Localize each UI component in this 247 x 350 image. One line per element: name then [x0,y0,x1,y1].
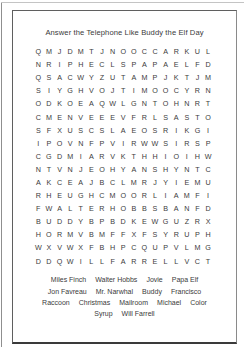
grid-cell-r6c16: T [192,110,203,123]
grid-cell-r2c8: L [107,58,118,71]
grid-cell-r3c14: K [171,71,182,84]
grid-cell-r16c5: X [75,241,86,254]
grid-cell-r15c16: P [192,228,203,241]
grid-cell-r5c8: W [107,97,118,110]
grid-cell-r3c2: S [44,71,55,84]
grid-cell-r11c10: M [128,176,139,189]
grid-cell-r5c17: T [203,97,214,110]
grid-cell-r8c9: I [118,137,129,150]
grid-cell-r11c9: L [118,176,129,189]
grid-cell-r12c11: R [139,189,150,202]
grid-cell-r9c3: D [54,150,65,163]
grid-cell-r15c11: F [139,228,150,241]
grid-cell-r3c15: T [182,71,193,84]
grid-cell-r12c15: M [182,189,193,202]
grid-cell-r9c11: H [139,150,150,163]
grid-cell-r11c2: K [44,176,55,189]
grid-cell-r15c7: M [97,228,108,241]
grid-cell-r10c8: H [107,163,118,176]
grid-cell-r4c8: J [107,84,118,97]
grid-cell-r11c5: A [75,176,86,189]
grid-cell-r11c12: J [150,176,161,189]
grid-cell-r12c2: H [44,189,55,202]
grid-cell-r15c9: F [118,228,129,241]
grid-cell-r17c17: T [203,255,214,268]
word-list-item: Miles Finch [51,276,86,283]
grid-cell-r3c6: Y [86,71,97,84]
grid-cell-r1c11: C [139,45,150,58]
grid-cell-r3c13: J [160,71,171,84]
grid-cell-r3c7: Z [97,71,108,84]
grid-cell-r15c12: S [150,228,161,241]
word-list-item: Michael [157,299,181,306]
grid-cell-r13c1: F [33,202,44,215]
grid-cell-r17c11: R [139,255,150,268]
grid-cell-r14c4: D [65,215,76,228]
grid-cell-r16c10: C [128,241,139,254]
grid-cell-r9c17: W [203,150,214,163]
grid-cell-r15c5: V [75,228,86,241]
grid-cell-r8c13: S [160,137,171,150]
word-search-grid: QMJDMTJNOOCCARKULNRIPHECLSPAPAELFDQSACWY… [33,45,213,268]
grid-cell-r16c12: U [150,241,161,254]
grid-cell-r13c11: B [139,202,150,215]
grid-cell-r1c2: M [44,45,55,58]
grid-cell-r2c4: P [65,58,76,71]
grid-cell-r11c13: Y [160,176,171,189]
grid-cell-r15c3: R [54,228,65,241]
grid-cell-r17c1: D [33,255,44,268]
grid-cell-r15c2: O [44,228,55,241]
grid-cell-r16c8: H [107,241,118,254]
page-edge-left [1,2,2,347]
grid-cell-r9c16: H [192,150,203,163]
grid-cell-r17c13: L [160,255,171,268]
grid-cell-r13c17: D [203,202,214,215]
grid-cell-r2c11: A [139,58,150,71]
grid-cell-r17c7: L [97,255,108,268]
grid-cell-r16c1: W [33,241,44,254]
grid-cell-r17c5: I [75,255,86,268]
grid-cell-r14c15: Z [182,215,193,228]
grid-cell-r4c1: S [33,84,44,97]
grid-cell-r1c3: J [54,45,65,58]
grid-cell-r14c11: E [139,215,150,228]
grid-cell-r11c17: U [203,176,214,189]
grid-cell-r12c9: O [118,189,129,202]
grid-cell-r8c2: P [44,137,55,150]
grid-cell-r16c15: L [182,241,193,254]
grid-cell-r9c8: V [107,150,118,163]
grid-cell-r12c1: R [33,189,44,202]
grid-cell-r7c9: A [118,124,129,137]
grid-cell-r7c4: U [65,124,76,137]
grid-cell-r1c9: O [118,45,129,58]
grid-cell-r5c2: D [44,97,55,110]
grid-cell-r6c15: S [182,110,193,123]
grid-cell-r16c3: V [54,241,65,254]
word-list-item: Mr. Narwhal [96,288,133,295]
word-list-item: Buddy [142,288,162,295]
word-list-item: Jon Favreau [48,288,87,295]
grid-cell-r4c13: O [160,84,171,97]
grid-cell-r16c7: B [97,241,108,254]
grid-cell-r3c11: M [139,71,150,84]
grid-cell-r16c13: P [160,241,171,254]
grid-cell-r17c9: A [118,255,129,268]
grid-cell-r11c4: E [65,176,76,189]
grid-cell-r2c17: D [203,58,214,71]
grid-cell-r10c11: N [139,163,150,176]
page-edge-top [1,2,244,3]
grid-cell-r14c3: D [54,215,65,228]
grid-cell-r12c13: I [160,189,171,202]
grid-cell-r13c13: B [160,202,171,215]
grid-cell-r1c17: L [203,45,214,58]
grid-cell-r13c2: W [44,202,55,215]
grid-cell-r1c14: R [171,45,182,58]
grid-cell-r10c15: N [182,163,193,176]
grid-cell-r9c7: R [97,150,108,163]
grid-cell-r7c10: E [128,124,139,137]
grid-cell-r13c3: A [54,202,65,215]
grid-cell-r3c12: P [150,71,161,84]
grid-cell-r1c1: Q [33,45,44,58]
grid-cell-r12c5: G [75,189,86,202]
grid-cell-r9c1: C [33,150,44,163]
grid-cell-r10c5: J [75,163,86,176]
grid-cell-r17c10: R [128,255,139,268]
grid-cell-r8c7: P [97,137,108,150]
word-list-line-1: Miles FinchWalter HobbsJoviePapa Elf [12,274,237,285]
grid-cell-r7c1: S [33,124,44,137]
grid-cell-r8c17: P [203,137,214,150]
grid-cell-r8c14: I [171,137,182,150]
grid-cell-r5c15: N [182,97,193,110]
grid-cell-r9c6: A [86,150,97,163]
grid-cell-r9c13: I [160,150,171,163]
grid-cell-r6c14: A [171,110,182,123]
grid-cell-r3c1: Q [33,71,44,84]
grid-cell-r2c2: R [44,58,55,71]
grid-cell-r6c4: N [65,110,76,123]
grid-cell-r3c17: M [203,71,214,84]
grid-cell-r7c7: S [97,124,108,137]
grid-cell-r1c7: J [97,45,108,58]
grid-cell-r14c1: B [33,215,44,228]
grid-cell-r15c13: Y [160,228,171,241]
grid-cell-r12c4: U [65,189,76,202]
grid-cell-r13c7: R [97,202,108,215]
grid-cell-r7c12: S [150,124,161,137]
grid-cell-r11c15: E [182,176,193,189]
grid-cell-r1c6: T [86,45,97,58]
grid-cell-r15c10: X [128,228,139,241]
grid-cell-r5c5: E [75,97,86,110]
grid-cell-r2c6: E [86,58,97,71]
grid-cell-r11c1: A [33,176,44,189]
grid-cell-r6c7: E [97,110,108,123]
grid-cell-r1c5: M [75,45,86,58]
word-list-line-2: Jon FavreauMr. NarwhalBuddyFrancisco [12,285,237,296]
grid-cell-r2c13: A [160,58,171,71]
word-list: Miles FinchWalter HobbsJoviePapa ElfJon … [12,274,237,320]
grid-cell-r4c3: Y [54,84,65,97]
grid-cell-r10c14: Y [171,163,182,176]
grid-cell-r2c7: C [97,58,108,71]
word-list-item: Francisco [171,288,201,295]
grid-cell-r7c11: O [139,124,150,137]
grid-cell-r4c15: Y [182,84,193,97]
grid-cell-r6c17: O [203,110,214,123]
grid-cell-r2c16: F [192,58,203,71]
grid-cell-r8c1: I [33,137,44,150]
grid-cell-r5c12: T [150,97,161,110]
grid-cell-r1c12: C [150,45,161,58]
grid-cell-r9c5: I [75,150,86,163]
grid-cell-r14c9: D [118,215,129,228]
grid-cell-r10c7: O [97,163,108,176]
grid-cell-r5c4: O [65,97,76,110]
grid-cell-r13c12: S [150,202,161,215]
grid-cell-r17c8: F [107,255,118,268]
word-list-line-4: SyrupWill Farrell [12,308,237,319]
word-list-item: Syrup [94,310,112,317]
grid-cell-r6c12: L [150,110,161,123]
grid-cell-r8c3: O [54,137,65,150]
grid-cell-r2c1: N [33,58,44,71]
grid-cell-r9c12: H [150,150,161,163]
grid-cell-r10c9: Y [118,163,129,176]
grid-cell-r12c8: M [107,189,118,202]
grid-cell-r16c16: M [192,241,203,254]
grid-cell-r10c13: H [160,163,171,176]
word-list-item: Raccoon [42,299,70,306]
grid-cell-r2c14: E [171,58,182,71]
grid-cell-r5c6: A [86,97,97,110]
grid-cell-r9c14: O [171,150,182,163]
grid-cell-r16c11: Q [139,241,150,254]
word-list-item: Jovie [146,276,162,283]
grid-cell-r12c17: I [203,189,214,202]
grid-cell-r7c13: R [160,124,171,137]
grid-cell-r16c9: P [118,241,129,254]
grid-cell-r10c1: N [33,163,44,176]
grid-cell-r4c12: O [150,84,161,97]
grid-cell-r7c5: S [75,124,86,137]
grid-cell-r7c14: I [171,124,182,137]
grid-cell-r10c16: T [192,163,203,176]
grid-cell-r17c12: E [150,255,161,268]
grid-cell-r17c6: L [86,255,97,268]
grid-cell-r14c5: Y [75,215,86,228]
word-list-item: Papa Elf [172,276,198,283]
grid-cell-r1c10: O [128,45,139,58]
grid-cell-r1c4: D [65,45,76,58]
grid-cell-r6c6: E [86,110,97,123]
grid-cell-r7c16: G [192,124,203,137]
grid-cell-r15c8: F [107,228,118,241]
grid-cell-r14c13: G [160,215,171,228]
grid-cell-r8c4: V [65,137,76,150]
grid-cell-r4c11: M [139,84,150,97]
grid-cell-r3c5: W [75,71,86,84]
grid-cell-r13c8: H [107,202,118,215]
grid-cell-r11c7: B [97,176,108,189]
grid-cell-r17c4: W [65,255,76,268]
grid-cell-r7c6: C [86,124,97,137]
grid-cell-r6c13: S [160,110,171,123]
grid-cell-r5c14: H [171,97,182,110]
grid-cell-r12c16: F [192,189,203,202]
grid-cell-r16c17: G [203,241,214,254]
grid-cell-r4c10: I [128,84,139,97]
grid-cell-r13c4: L [65,202,76,215]
grid-cell-r2c10: P [128,58,139,71]
grid-cell-r10c10: A [128,163,139,176]
grid-cell-r4c7: O [97,84,108,97]
grid-cell-r11c14: I [171,176,182,189]
grid-cell-r5c9: L [118,97,129,110]
grid-cell-r6c3: E [54,110,65,123]
grid-cell-r7c8: L [107,124,118,137]
grid-cell-r11c6: J [86,176,97,189]
grid-cell-r14c16: R [192,215,203,228]
grid-cell-r14c8: B [107,215,118,228]
grid-cell-r1c8: N [107,45,118,58]
puzzle-title: Answer the Telephone Like Buddy the Elf … [12,28,237,37]
grid-cell-r13c15: N [182,202,193,215]
grid-cell-r2c15: L [182,58,193,71]
grid-cell-r3c4: C [65,71,76,84]
grid-cell-r13c9: O [118,202,129,215]
grid-cell-r14c17: X [203,215,214,228]
grid-cell-r15c4: M [65,228,76,241]
grid-cell-r11c11: R [139,176,150,189]
grid-cell-r15c1: H [33,228,44,241]
grid-cell-r8c6: F [86,137,97,150]
grid-cell-r14c10: K [128,215,139,228]
grid-cell-r2c5: H [75,58,86,71]
grid-cell-r2c9: S [118,58,129,71]
grid-cell-r1c13: A [160,45,171,58]
grid-cell-r13c16: F [192,202,203,215]
grid-cell-r5c13: O [160,97,171,110]
grid-cell-r3c10: A [128,71,139,84]
grid-cell-r9c10: T [128,150,139,163]
grid-cell-r9c2: G [44,150,55,163]
grid-cell-r10c3: V [54,163,65,176]
grid-cell-r13c14: A [171,202,182,215]
grid-cell-r8c11: W [139,137,150,150]
grid-cell-r16c14: V [171,241,182,254]
word-list-line-3: RaccoonChristmasMailroomMichaelColor [12,297,237,308]
grid-cell-r4c14: C [171,84,182,97]
grid-cell-r7c2: F [44,124,55,137]
grid-cell-r8c10: R [128,137,139,150]
grid-cell-r10c6: E [86,163,97,176]
grid-cell-r11c8: C [107,176,118,189]
grid-cell-r15c15: U [182,228,193,241]
grid-cell-r14c7: P [97,215,108,228]
grid-cell-r6c10: F [128,110,139,123]
grid-cell-r5c7: Q [97,97,108,110]
word-list-item: Mailroom [119,299,148,306]
grid-cell-r4c17: N [203,84,214,97]
grid-cell-r16c4: W [65,241,76,254]
grid-cell-r13c6: E [86,202,97,215]
grid-cell-r14c2: U [44,215,55,228]
grid-cell-r1c16: U [192,45,203,58]
grid-cell-r16c6: F [86,241,97,254]
grid-cell-r4c4: G [65,84,76,97]
grid-cell-r10c2: T [44,163,55,176]
grid-cell-r15c17: H [203,228,214,241]
grid-cell-r5c1: O [33,97,44,110]
grid-cell-r10c12: S [150,163,161,176]
grid-cell-r11c3: C [54,176,65,189]
grid-cell-r2c3: I [54,58,65,71]
grid-cell-r6c1: C [33,110,44,123]
grid-cell-r3c3: A [54,71,65,84]
grid-cell-r3c16: J [192,71,203,84]
grid-cell-r5c3: K [54,97,65,110]
grid-cell-r4c6: V [86,84,97,97]
grid-cell-r4c16: R [192,84,203,97]
grid-cell-r15c14: R [171,228,182,241]
grid-cell-r9c15: I [182,150,193,163]
grid-cell-r9c4: M [65,150,76,163]
grid-cell-r1c15: K [182,45,193,58]
grid-cell-r8c8: V [107,137,118,150]
grid-cell-r11c16: M [192,176,203,189]
grid-cell-r4c9: T [118,84,129,97]
grid-cell-r10c4: N [65,163,76,176]
grid-cell-r12c12: L [150,189,161,202]
grid-cell-r7c15: K [182,124,193,137]
grid-cell-r6c11: R [139,110,150,123]
grid-cell-r2c12: P [150,58,161,71]
grid-cell-r7c17: I [203,124,214,137]
grid-cell-r5c11: N [139,97,150,110]
grid-cell-r5c16: R [192,97,203,110]
grid-cell-r12c7: C [97,189,108,202]
grid-cell-r16c2: X [44,241,55,254]
grid-cell-r8c16: S [192,137,203,150]
grid-cell-r12c6: H [86,189,97,202]
grid-cell-r17c14: L [171,255,182,268]
word-list-item: Will Farrell [122,310,155,317]
grid-cell-r12c14: A [171,189,182,202]
grid-cell-r4c5: H [75,84,86,97]
grid-cell-r8c15: R [182,137,193,150]
grid-cell-r6c8: E [107,110,118,123]
grid-cell-r14c12: W [150,215,161,228]
grid-cell-r17c2: D [44,255,55,268]
grid-cell-r8c12: W [150,137,161,150]
grid-cell-r12c3: E [54,189,65,202]
grid-cell-r6c5: V [75,110,86,123]
grid-cell-r6c2: M [44,110,55,123]
word-list-item: Walter Hobbs [95,276,137,283]
grid-cell-r13c5: T [75,202,86,215]
worksheet-page: { "game": "word-search", "title": "Answe… [0,0,247,350]
word-list-item: Christmas [79,299,111,306]
grid-cell-r10c17: C [203,163,214,176]
grid-cell-r9c9: K [118,150,129,163]
grid-cell-r8c5: N [75,137,86,150]
grid-cell-r17c16: C [192,255,203,268]
